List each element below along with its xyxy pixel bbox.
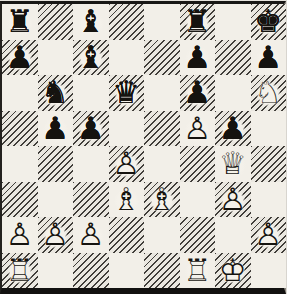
square-a3[interactable] — [2, 182, 38, 218]
square-d4[interactable]: ♙ — [109, 146, 145, 182]
square-g1[interactable]: ♔ — [215, 253, 251, 289]
square-f6[interactable]: ♟ — [180, 75, 216, 111]
square-d7[interactable] — [109, 40, 145, 76]
square-b4[interactable] — [38, 146, 74, 182]
piece-black-pawn[interactable]: ♟ — [2, 40, 38, 76]
square-e3[interactable]: ♗ — [144, 182, 180, 218]
square-b7[interactable] — [38, 40, 74, 76]
square-e2[interactable] — [144, 217, 180, 253]
square-d3[interactable]: ♗ — [109, 182, 145, 218]
square-g5[interactable]: ♟ — [215, 111, 251, 147]
square-f7[interactable]: ♟ — [180, 40, 216, 76]
square-a1[interactable]: ♖ — [2, 253, 38, 289]
square-a4[interactable] — [2, 146, 38, 182]
square-e6[interactable] — [144, 75, 180, 111]
piece-black-rook[interactable]: ♜ — [180, 4, 216, 40]
square-b6[interactable]: ♞ — [38, 75, 74, 111]
square-c1[interactable] — [73, 253, 109, 289]
square-g3[interactable]: ♙ — [215, 182, 251, 218]
square-d1[interactable] — [109, 253, 145, 289]
square-f1[interactable]: ♖ — [180, 253, 216, 289]
piece-black-pawn[interactable]: ♟ — [251, 40, 287, 76]
chess-board: ♜♝♜♚♟♝♟♟♞♛♟♘♟♟♙♟♙♕♗♗♙♙♙♙♙♖♖♔ — [2, 4, 286, 288]
piece-black-pawn[interactable]: ♟ — [180, 40, 216, 76]
square-c6[interactable] — [73, 75, 109, 111]
square-b3[interactable] — [38, 182, 74, 218]
piece-white-pawn[interactable]: ♙ — [38, 217, 74, 253]
square-h6[interactable]: ♘ — [251, 75, 287, 111]
square-d2[interactable] — [109, 217, 145, 253]
piece-white-king[interactable]: ♔ — [215, 253, 251, 289]
square-g4[interactable]: ♕ — [215, 146, 251, 182]
square-f2[interactable] — [180, 217, 216, 253]
square-h3[interactable] — [251, 182, 287, 218]
board-frame: ♜♝♜♚♟♝♟♟♞♛♟♘♟♟♙♟♙♕♗♗♙♙♙♙♙♖♖♔ — [0, 1, 286, 294]
square-h8[interactable]: ♚ — [251, 4, 287, 40]
square-e1[interactable] — [144, 253, 180, 289]
piece-black-knight[interactable]: ♞ — [38, 75, 74, 111]
square-b8[interactable] — [38, 4, 74, 40]
square-d6[interactable]: ♛ — [109, 75, 145, 111]
square-f4[interactable] — [180, 146, 216, 182]
piece-white-knight[interactable]: ♘ — [251, 75, 287, 111]
square-f3[interactable] — [180, 182, 216, 218]
square-c3[interactable] — [73, 182, 109, 218]
square-b1[interactable] — [38, 253, 74, 289]
square-d8[interactable] — [109, 4, 145, 40]
square-b5[interactable]: ♟ — [38, 111, 74, 147]
piece-black-pawn[interactable]: ♟ — [215, 111, 251, 147]
square-a7[interactable]: ♟ — [2, 40, 38, 76]
square-d5[interactable] — [109, 111, 145, 147]
square-h1[interactable] — [251, 253, 287, 289]
piece-black-pawn[interactable]: ♟ — [180, 75, 216, 111]
piece-black-pawn[interactable]: ♟ — [73, 111, 109, 147]
piece-white-pawn[interactable]: ♙ — [73, 217, 109, 253]
piece-white-queen[interactable]: ♕ — [215, 146, 251, 182]
square-h2[interactable]: ♙ — [251, 217, 287, 253]
piece-white-rook[interactable]: ♖ — [180, 253, 216, 289]
square-e4[interactable] — [144, 146, 180, 182]
square-h7[interactable]: ♟ — [251, 40, 287, 76]
square-a5[interactable] — [2, 111, 38, 147]
square-a6[interactable] — [2, 75, 38, 111]
square-e8[interactable] — [144, 4, 180, 40]
piece-white-pawn[interactable]: ♙ — [109, 146, 145, 182]
square-g7[interactable] — [215, 40, 251, 76]
piece-white-pawn[interactable]: ♙ — [251, 217, 287, 253]
square-g2[interactable] — [215, 217, 251, 253]
page: ♜♝♜♚♟♝♟♟♞♛♟♘♟♟♙♟♙♕♗♗♙♙♙♙♙♖♖♔ — [0, 0, 286, 294]
square-c7[interactable]: ♝ — [73, 40, 109, 76]
square-g8[interactable] — [215, 4, 251, 40]
square-c8[interactable]: ♝ — [73, 4, 109, 40]
square-e7[interactable] — [144, 40, 180, 76]
piece-white-bishop[interactable]: ♗ — [144, 182, 180, 218]
piece-black-rook[interactable]: ♜ — [2, 4, 38, 40]
square-b2[interactable]: ♙ — [38, 217, 74, 253]
square-c5[interactable]: ♟ — [73, 111, 109, 147]
square-h5[interactable] — [251, 111, 287, 147]
piece-black-bishop[interactable]: ♝ — [73, 4, 109, 40]
piece-white-bishop[interactable]: ♗ — [109, 182, 145, 218]
piece-black-king[interactable]: ♚ — [251, 4, 287, 40]
square-f8[interactable]: ♜ — [180, 4, 216, 40]
piece-black-bishop[interactable]: ♝ — [73, 40, 109, 76]
square-c2[interactable]: ♙ — [73, 217, 109, 253]
piece-black-pawn[interactable]: ♟ — [38, 111, 74, 147]
piece-white-rook[interactable]: ♖ — [2, 253, 38, 289]
piece-white-pawn[interactable]: ♙ — [180, 111, 216, 147]
square-c4[interactable] — [73, 146, 109, 182]
piece-white-pawn[interactable]: ♙ — [215, 182, 251, 218]
square-a8[interactable]: ♜ — [2, 4, 38, 40]
piece-black-queen[interactable]: ♛ — [109, 75, 145, 111]
square-h4[interactable] — [251, 146, 287, 182]
square-g6[interactable] — [215, 75, 251, 111]
square-a2[interactable]: ♙ — [2, 217, 38, 253]
square-e5[interactable] — [144, 111, 180, 147]
piece-white-pawn[interactable]: ♙ — [2, 217, 38, 253]
square-f5[interactable]: ♙ — [180, 111, 216, 147]
